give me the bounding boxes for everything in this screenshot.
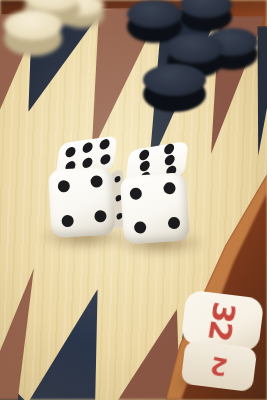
pip bbox=[82, 142, 93, 154]
pip bbox=[99, 138, 110, 150]
pip bbox=[130, 187, 143, 200]
black-checker[interactable] bbox=[180, 0, 232, 32]
pip bbox=[163, 182, 176, 195]
pip bbox=[163, 143, 174, 155]
checker-face bbox=[143, 64, 206, 96]
pip bbox=[64, 146, 75, 158]
backgammon-board-photo: 32 2 bbox=[0, 0, 267, 400]
white-checker[interactable] bbox=[4, 10, 62, 56]
doubling-cube-front-face: 2 bbox=[181, 340, 258, 392]
pip bbox=[58, 180, 71, 193]
pip bbox=[139, 160, 150, 172]
pip bbox=[62, 214, 75, 227]
pip bbox=[167, 216, 180, 229]
pip bbox=[90, 175, 103, 188]
doubling-cube[interactable]: 32 2 bbox=[174, 289, 267, 393]
checker-face bbox=[167, 34, 223, 63]
die-right-front-face bbox=[120, 172, 191, 244]
pip bbox=[94, 210, 107, 223]
die-right[interactable] bbox=[116, 141, 205, 248]
die-left-front-face bbox=[48, 167, 115, 238]
pip bbox=[138, 149, 149, 161]
pip bbox=[99, 153, 110, 165]
pip bbox=[134, 221, 147, 234]
black-checker[interactable] bbox=[143, 64, 206, 112]
pip bbox=[164, 154, 175, 166]
